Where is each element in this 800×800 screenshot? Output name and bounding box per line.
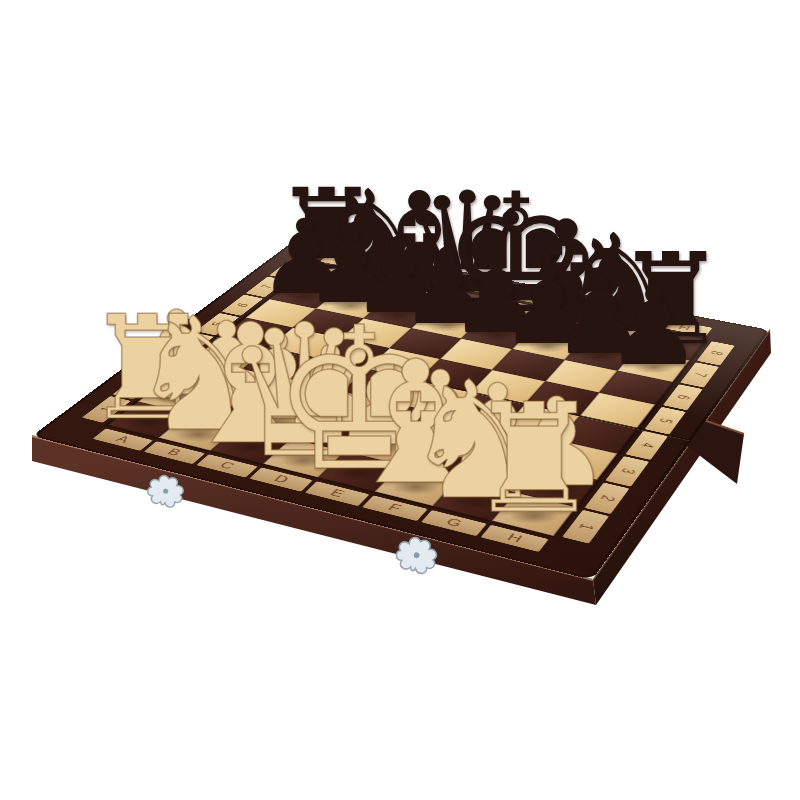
rank-label-right-6: 6 [663, 384, 703, 410]
rank-label-right-4: 4 [625, 431, 667, 460]
chess-set-photo: AABBCCDDEEFFGGHH8877665544332211 ♜♞♝♛♚♝♞… [0, 0, 800, 800]
rank-label-right-8: 8 [697, 341, 735, 365]
rank-label-right-7: 7 [680, 362, 719, 387]
